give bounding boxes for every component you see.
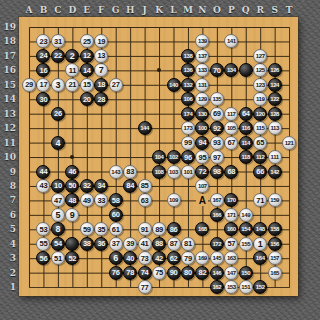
move-number: 144 bbox=[140, 125, 149, 131]
move-number: 24 bbox=[40, 51, 48, 60]
stone-black-122-S14[interactable]: 122 bbox=[268, 92, 282, 106]
move-number: 36 bbox=[97, 239, 105, 248]
move-number: 34 bbox=[97, 181, 105, 190]
move-number: 15 bbox=[83, 80, 91, 89]
move-number: 128 bbox=[270, 111, 279, 117]
move-number: 153 bbox=[227, 284, 236, 290]
move-number: 74 bbox=[141, 268, 149, 277]
move-number: 31 bbox=[54, 37, 62, 46]
stone-black-104-K10[interactable]: 104 bbox=[152, 150, 166, 164]
move-number: 93 bbox=[213, 138, 221, 147]
stone-black-44-B9[interactable]: 44 bbox=[36, 165, 50, 179]
move-number: 63 bbox=[141, 196, 149, 205]
row-label-8: 8 bbox=[1, 181, 16, 191]
stone-white-59-E5[interactable]: 59 bbox=[80, 222, 94, 236]
move-number: 53 bbox=[40, 225, 48, 234]
move-number: 82 bbox=[199, 268, 207, 277]
move-number: 11 bbox=[69, 66, 76, 75]
stone-white-121-T11[interactable]: 121 bbox=[282, 136, 296, 150]
stone-white-67-P11[interactable]: 67 bbox=[224, 136, 238, 150]
move-number: 109 bbox=[169, 197, 178, 203]
move-number: 38 bbox=[83, 239, 91, 248]
stone-white-27-G15[interactable]: 27 bbox=[109, 78, 123, 92]
move-number: 26 bbox=[54, 109, 62, 118]
move-number: 66 bbox=[256, 167, 264, 176]
row-label-15: 15 bbox=[1, 80, 16, 90]
move-number: 127 bbox=[256, 53, 265, 59]
move-number: 17 bbox=[40, 80, 48, 89]
move-number: 21 bbox=[68, 80, 76, 89]
move-number: 101 bbox=[184, 169, 193, 175]
move-number: 102 bbox=[169, 154, 178, 160]
move-number: 85 bbox=[141, 181, 149, 190]
move-number: 118 bbox=[242, 154, 250, 160]
stone-black-72-N9[interactable]: 72 bbox=[195, 165, 209, 179]
move-number: 51 bbox=[54, 254, 62, 263]
stone-black-12-E17[interactable]: 12 bbox=[80, 49, 94, 63]
stone-black-92-O12[interactable]: 92 bbox=[210, 121, 224, 135]
stone-black-116-Q12[interactable]: 116 bbox=[239, 121, 253, 135]
move-number: 68 bbox=[227, 167, 235, 176]
move-number: 90 bbox=[170, 268, 178, 277]
move-number: 2 bbox=[70, 51, 75, 61]
stone-white-99-M11[interactable]: 99 bbox=[181, 136, 195, 150]
move-number: 169 bbox=[198, 255, 207, 261]
stone-black-96-M10[interactable]: 96 bbox=[181, 150, 195, 164]
stone-black-84-H8[interactable]: 84 bbox=[123, 179, 137, 193]
stone-black-120-R13[interactable]: 120 bbox=[253, 107, 267, 121]
move-number: 70 bbox=[213, 66, 221, 75]
stone-black-6-G3[interactable]: 6 bbox=[109, 251, 123, 265]
move-number: 152 bbox=[256, 284, 265, 290]
move-number: 129 bbox=[198, 96, 207, 102]
stone-white-135-O14[interactable]: 135 bbox=[210, 92, 224, 106]
stone-black-10-C8[interactable]: 10 bbox=[51, 179, 65, 193]
stone-white-57-P4[interactable]: 57 bbox=[224, 237, 238, 251]
move-number: 98 bbox=[213, 167, 221, 176]
move-number: 75 bbox=[155, 268, 163, 277]
stone-black-78-H2[interactable]: 78 bbox=[123, 266, 137, 280]
stone-white-113-S12[interactable]: 113 bbox=[268, 121, 282, 135]
move-number: 172 bbox=[212, 241, 221, 247]
stone-black-94-N11[interactable]: 94 bbox=[195, 136, 209, 150]
move-number: 14 bbox=[83, 66, 91, 75]
move-number: 94 bbox=[199, 138, 207, 147]
row-label-18: 18 bbox=[1, 36, 16, 46]
stone-white-145-O3[interactable]: 145 bbox=[210, 251, 224, 265]
stone-white-61-G5[interactable]: 61 bbox=[109, 222, 123, 236]
stone-white-109-L7[interactable]: 109 bbox=[167, 193, 181, 207]
move-number: 147 bbox=[227, 270, 236, 276]
move-number: 1 bbox=[258, 239, 263, 249]
stone-black-66-R9[interactable]: 66 bbox=[253, 165, 267, 179]
move-number: 59 bbox=[83, 225, 91, 234]
stone-black-86-L5[interactable]: 86 bbox=[167, 222, 181, 236]
move-number: 5 bbox=[55, 210, 60, 220]
row-label-16: 16 bbox=[1, 65, 16, 75]
move-number: 174 bbox=[184, 111, 193, 117]
row-label-7: 7 bbox=[1, 195, 16, 205]
move-number: 92 bbox=[213, 124, 221, 133]
stone-white-75-K2[interactable]: 75 bbox=[152, 266, 166, 280]
stone-black-114-Q11[interactable]: 114 bbox=[239, 136, 253, 150]
move-number: 18 bbox=[97, 80, 105, 89]
go-board-diagram: ABCDEFGHJKLMNOPQRST 19181716151413121110… bbox=[0, 0, 320, 320]
stone-black-142-S9[interactable]: 142 bbox=[268, 165, 282, 179]
move-number: 27 bbox=[112, 80, 120, 89]
move-number: 80 bbox=[184, 268, 192, 277]
move-number: 84 bbox=[126, 181, 134, 190]
move-number: 170 bbox=[227, 197, 236, 203]
move-number: 139 bbox=[198, 38, 207, 44]
move-number: 146 bbox=[212, 270, 221, 276]
move-number: 16 bbox=[40, 66, 48, 75]
move-number: 64 bbox=[242, 109, 250, 118]
move-number: 43 bbox=[40, 181, 48, 190]
move-number: 73 bbox=[141, 254, 149, 263]
move-number: 7 bbox=[99, 65, 104, 75]
stone-white-69-O13[interactable]: 69 bbox=[210, 107, 224, 121]
row-label-5: 5 bbox=[1, 224, 16, 234]
stone-white-3-C15[interactable]: 3 bbox=[51, 78, 65, 92]
stone-white-143-G9[interactable]: 143 bbox=[109, 165, 123, 179]
move-number: 106 bbox=[184, 96, 193, 102]
move-number: 52 bbox=[68, 254, 76, 263]
move-number: 10 bbox=[54, 181, 62, 190]
col-label-T: T bbox=[281, 5, 297, 15]
move-number: 57 bbox=[227, 239, 235, 248]
move-number: 163 bbox=[227, 255, 236, 261]
move-number: 108 bbox=[155, 169, 164, 175]
move-number: 91 bbox=[141, 225, 149, 234]
stone-black-26-C13[interactable]: 26 bbox=[51, 107, 65, 121]
move-number: 65 bbox=[256, 138, 264, 147]
move-number: 56 bbox=[40, 254, 48, 263]
move-number: 60 bbox=[112, 210, 120, 219]
move-number: 49 bbox=[83, 196, 91, 205]
stone-black-76-G2[interactable]: 76 bbox=[109, 266, 123, 280]
stone-black-128-S13[interactable]: 128 bbox=[268, 107, 282, 121]
move-number: 100 bbox=[198, 125, 207, 131]
stone-black-54-C4[interactable]: 54 bbox=[51, 237, 65, 251]
move-number: 58 bbox=[112, 196, 120, 205]
move-number: 81 bbox=[184, 239, 192, 248]
stone-black-166-O6[interactable]: 166 bbox=[210, 208, 224, 222]
stone-white-15-E15[interactable]: 15 bbox=[80, 78, 94, 92]
stone-black-174-M13[interactable]: 174 bbox=[181, 107, 195, 121]
stone-black-32-E8[interactable]: 32 bbox=[80, 179, 94, 193]
move-number: 103 bbox=[169, 169, 178, 175]
move-number: 120 bbox=[256, 111, 265, 117]
move-number: 55 bbox=[40, 239, 48, 248]
stone-white-103-L9[interactable]: 103 bbox=[167, 165, 181, 179]
stone-black-158-S5[interactable]: 158 bbox=[268, 222, 282, 236]
move-number: 47 bbox=[54, 196, 62, 205]
stone-black-handicap-D4[interactable] bbox=[65, 237, 79, 251]
stone-white-101-M9[interactable]: 101 bbox=[181, 165, 195, 179]
row-label-12: 12 bbox=[1, 123, 16, 133]
stone-white-165-S2[interactable]: 165 bbox=[268, 266, 282, 280]
move-number: 145 bbox=[212, 255, 221, 261]
stone-black-150-Q2[interactable]: 150 bbox=[239, 266, 253, 280]
move-number: 112 bbox=[256, 154, 264, 160]
stone-black-74-J2[interactable]: 74 bbox=[138, 266, 152, 280]
move-number: 113 bbox=[270, 125, 278, 131]
move-number: 13 bbox=[97, 51, 105, 60]
stone-black-90-L2[interactable]: 90 bbox=[167, 266, 181, 280]
stone-black-20-E14[interactable]: 20 bbox=[80, 92, 94, 106]
stone-white-73-J3[interactable]: 73 bbox=[138, 251, 152, 265]
stone-black-154-Q5[interactable]: 154 bbox=[239, 222, 253, 236]
move-number: 164 bbox=[256, 255, 265, 261]
move-number: 138 bbox=[184, 53, 193, 59]
move-number: 168 bbox=[198, 226, 207, 232]
move-number: 79 bbox=[184, 254, 192, 263]
move-number: 142 bbox=[270, 169, 279, 175]
stone-white-5-C6[interactable]: 5 bbox=[51, 208, 65, 222]
move-number: 32 bbox=[83, 181, 91, 190]
stone-black-46-D9[interactable]: 46 bbox=[65, 165, 79, 179]
move-number: 20 bbox=[83, 95, 91, 104]
stone-white-149-Q6[interactable]: 149 bbox=[239, 208, 253, 222]
row-label-11: 11 bbox=[1, 138, 16, 148]
row-label-17: 17 bbox=[1, 51, 16, 61]
stone-white-87-L4[interactable]: 87 bbox=[167, 237, 181, 251]
move-number: 8 bbox=[55, 224, 60, 234]
stone-black-4-C11[interactable]: 4 bbox=[51, 136, 65, 150]
move-number: 67 bbox=[227, 138, 235, 147]
move-number: 3 bbox=[55, 80, 60, 90]
stone-black-138-M17[interactable]: 138 bbox=[181, 49, 195, 63]
stone-white-123-R15[interactable]: 123 bbox=[253, 78, 267, 92]
move-number: 165 bbox=[270, 270, 279, 276]
stone-white-159-S7[interactable]: 159 bbox=[268, 193, 282, 207]
move-number: 50 bbox=[68, 181, 76, 190]
stone-black-172-O4[interactable]: 172 bbox=[210, 237, 224, 251]
move-number: 86 bbox=[170, 225, 178, 234]
stone-white-93-O11[interactable]: 93 bbox=[210, 136, 224, 150]
row-label-9: 9 bbox=[1, 167, 16, 177]
stone-white-81-M4[interactable]: 81 bbox=[181, 237, 195, 251]
stone-white-37-G4[interactable]: 37 bbox=[109, 237, 123, 251]
row-label-6: 6 bbox=[1, 210, 16, 220]
stone-white-91-J5[interactable]: 91 bbox=[138, 222, 152, 236]
stone-white-39-H4[interactable]: 39 bbox=[123, 237, 137, 251]
move-number: 115 bbox=[256, 125, 264, 131]
stone-white-83-H9[interactable]: 83 bbox=[123, 165, 137, 179]
move-number: 95 bbox=[199, 153, 207, 162]
move-number: 131 bbox=[198, 82, 207, 88]
move-number: 141 bbox=[227, 38, 236, 44]
stone-white-85-J8[interactable]: 85 bbox=[138, 179, 152, 193]
move-number: 97 bbox=[213, 153, 221, 162]
move-number: 30 bbox=[40, 95, 48, 104]
stone-white-29-A15[interactable]: 29 bbox=[22, 78, 36, 92]
move-number: 125 bbox=[256, 67, 265, 73]
annotation-A-N7: A bbox=[196, 194, 208, 206]
move-number: 19 bbox=[97, 37, 105, 46]
move-number: 76 bbox=[112, 268, 120, 277]
stone-white-77-J1[interactable]: 77 bbox=[138, 280, 152, 294]
row-label-10: 10 bbox=[1, 152, 16, 162]
stone-black-126-S16[interactable]: 126 bbox=[268, 63, 282, 77]
move-number: 149 bbox=[241, 212, 250, 218]
move-number: 96 bbox=[184, 153, 192, 162]
move-number: 33 bbox=[97, 196, 105, 205]
stone-black-124-S15[interactable]: 124 bbox=[268, 78, 282, 92]
stone-black-162-O1[interactable]: 162 bbox=[210, 280, 224, 294]
move-number: 114 bbox=[242, 140, 250, 146]
move-number: 77 bbox=[141, 283, 149, 292]
move-number: 44 bbox=[40, 167, 48, 176]
stone-white-63-J7[interactable]: 63 bbox=[138, 193, 152, 207]
stone-white-157-S3[interactable]: 157 bbox=[268, 251, 282, 265]
stone-black-38-E4[interactable]: 38 bbox=[80, 237, 94, 251]
move-number: 154 bbox=[241, 226, 250, 232]
stone-white-173-M12[interactable]: 173 bbox=[181, 121, 195, 135]
stone-black-140-L15[interactable]: 140 bbox=[167, 78, 181, 92]
stone-black-18-F15[interactable]: 18 bbox=[94, 78, 108, 92]
stone-white-155-Q4[interactable]: 155 bbox=[239, 237, 253, 251]
move-number: 54 bbox=[54, 239, 62, 248]
move-number: 99 bbox=[184, 138, 192, 147]
stone-black-60-G6[interactable]: 60 bbox=[109, 208, 123, 222]
row-label-3: 3 bbox=[1, 253, 16, 263]
move-number: 156 bbox=[270, 241, 279, 247]
move-number: 78 bbox=[126, 268, 134, 277]
move-number: 167 bbox=[212, 197, 221, 203]
stone-black-62-L3[interactable]: 62 bbox=[167, 251, 181, 265]
move-number: 117 bbox=[227, 111, 235, 117]
stone-white-51-C3[interactable]: 51 bbox=[51, 251, 65, 265]
move-number: 160 bbox=[227, 226, 236, 232]
move-number: 23 bbox=[40, 37, 48, 46]
move-number: 88 bbox=[155, 239, 163, 248]
move-number: 122 bbox=[270, 96, 279, 102]
move-number: 28 bbox=[97, 95, 105, 104]
move-number: 126 bbox=[270, 67, 279, 73]
move-number: 130 bbox=[198, 111, 207, 117]
stone-white-147-P2[interactable]: 147 bbox=[224, 266, 238, 280]
move-number: 155 bbox=[241, 241, 250, 247]
move-number: 37 bbox=[112, 239, 120, 248]
move-number: 121 bbox=[285, 140, 294, 146]
move-number: 104 bbox=[155, 154, 164, 160]
stone-white-1-R4[interactable]: 1 bbox=[253, 237, 267, 251]
move-number: 105 bbox=[227, 125, 236, 131]
stone-black-80-M2[interactable]: 80 bbox=[181, 266, 195, 280]
move-number: 136 bbox=[184, 67, 193, 73]
move-number: 133 bbox=[198, 67, 207, 73]
move-number: 48 bbox=[68, 196, 76, 205]
move-number: 151 bbox=[241, 284, 250, 290]
move-number: 35 bbox=[97, 225, 105, 234]
stone-white-41-J4[interactable]: 41 bbox=[138, 237, 152, 251]
move-number: 171 bbox=[227, 212, 236, 218]
stone-black-102-L10[interactable]: 102 bbox=[167, 150, 181, 164]
move-number: 69 bbox=[213, 109, 221, 118]
stone-black-144-J12[interactable]: 144 bbox=[138, 121, 152, 135]
move-number: 140 bbox=[169, 82, 178, 88]
stone-black-82-N2[interactable]: 82 bbox=[195, 266, 209, 280]
stone-black-88-K4[interactable]: 88 bbox=[152, 237, 166, 251]
stone-black-22-C17[interactable]: 22 bbox=[51, 49, 65, 63]
stone-black-handicap-Q16[interactable] bbox=[239, 63, 253, 77]
row-label-2: 2 bbox=[1, 268, 16, 278]
move-number: 83 bbox=[126, 167, 134, 176]
stone-black-118-Q10[interactable]: 118 bbox=[239, 150, 253, 164]
move-number: 29 bbox=[25, 80, 33, 89]
stone-black-130-N13[interactable]: 130 bbox=[195, 107, 209, 121]
move-number: 111 bbox=[271, 154, 279, 160]
move-number: 46 bbox=[68, 167, 76, 176]
move-number: 173 bbox=[184, 125, 193, 131]
move-number: 116 bbox=[242, 125, 250, 131]
stone-white-97-O10[interactable]: 97 bbox=[210, 150, 224, 164]
move-number: 25 bbox=[83, 37, 91, 46]
stone-white-151-Q1[interactable]: 151 bbox=[239, 280, 253, 294]
move-number: 89 bbox=[155, 225, 163, 234]
stone-white-111-S10[interactable]: 111 bbox=[268, 150, 282, 164]
move-number: 22 bbox=[54, 51, 62, 60]
stone-white-65-R11[interactable]: 65 bbox=[253, 136, 267, 150]
move-number: 107 bbox=[198, 183, 207, 189]
move-number: 158 bbox=[270, 226, 279, 232]
move-number: 132 bbox=[184, 82, 193, 88]
stone-white-117-P13[interactable]: 117 bbox=[224, 107, 238, 121]
move-number: 12 bbox=[83, 51, 91, 60]
move-number: 134 bbox=[227, 67, 236, 73]
stone-black-132-M15[interactable]: 132 bbox=[181, 78, 195, 92]
row-label-4: 4 bbox=[1, 239, 16, 249]
move-number: 87 bbox=[170, 239, 178, 248]
stone-black-68-P9[interactable]: 68 bbox=[224, 165, 238, 179]
move-number: 166 bbox=[212, 212, 221, 218]
move-number: 137 bbox=[198, 53, 207, 59]
stone-black-156-S4[interactable]: 156 bbox=[268, 237, 282, 251]
row-label-1: 1 bbox=[1, 282, 16, 292]
move-number: 6 bbox=[113, 253, 118, 263]
stone-black-98-O9[interactable]: 98 bbox=[210, 165, 224, 179]
row-label-14: 14 bbox=[1, 94, 16, 104]
stone-black-64-Q13[interactable]: 64 bbox=[239, 107, 253, 121]
move-number: 157 bbox=[270, 255, 279, 261]
move-number: 135 bbox=[212, 96, 221, 102]
move-number: 40 bbox=[126, 254, 134, 263]
move-number: 143 bbox=[111, 169, 120, 175]
row-label-13: 13 bbox=[1, 109, 16, 119]
stone-black-146-O2[interactable]: 146 bbox=[210, 266, 224, 280]
stone-white-127-R17[interactable]: 127 bbox=[253, 49, 267, 63]
stone-black-108-K9[interactable]: 108 bbox=[152, 165, 166, 179]
move-number: 148 bbox=[256, 226, 265, 232]
move-number: 4 bbox=[55, 138, 60, 148]
move-number: 61 bbox=[112, 225, 120, 234]
stone-black-58-G7[interactable]: 58 bbox=[109, 193, 123, 207]
move-number: 162 bbox=[212, 284, 221, 290]
move-number: 150 bbox=[241, 270, 250, 276]
move-number: 9 bbox=[70, 210, 75, 220]
move-number: 39 bbox=[126, 239, 134, 248]
move-number: 62 bbox=[170, 254, 178, 263]
move-number: 42 bbox=[155, 254, 163, 263]
move-number: 123 bbox=[256, 82, 265, 88]
stone-black-36-F4[interactable]: 36 bbox=[94, 237, 108, 251]
move-number: 41 bbox=[141, 239, 149, 248]
move-number: 119 bbox=[256, 96, 264, 102]
move-number: 159 bbox=[270, 197, 279, 203]
move-number: 71 bbox=[256, 196, 264, 205]
